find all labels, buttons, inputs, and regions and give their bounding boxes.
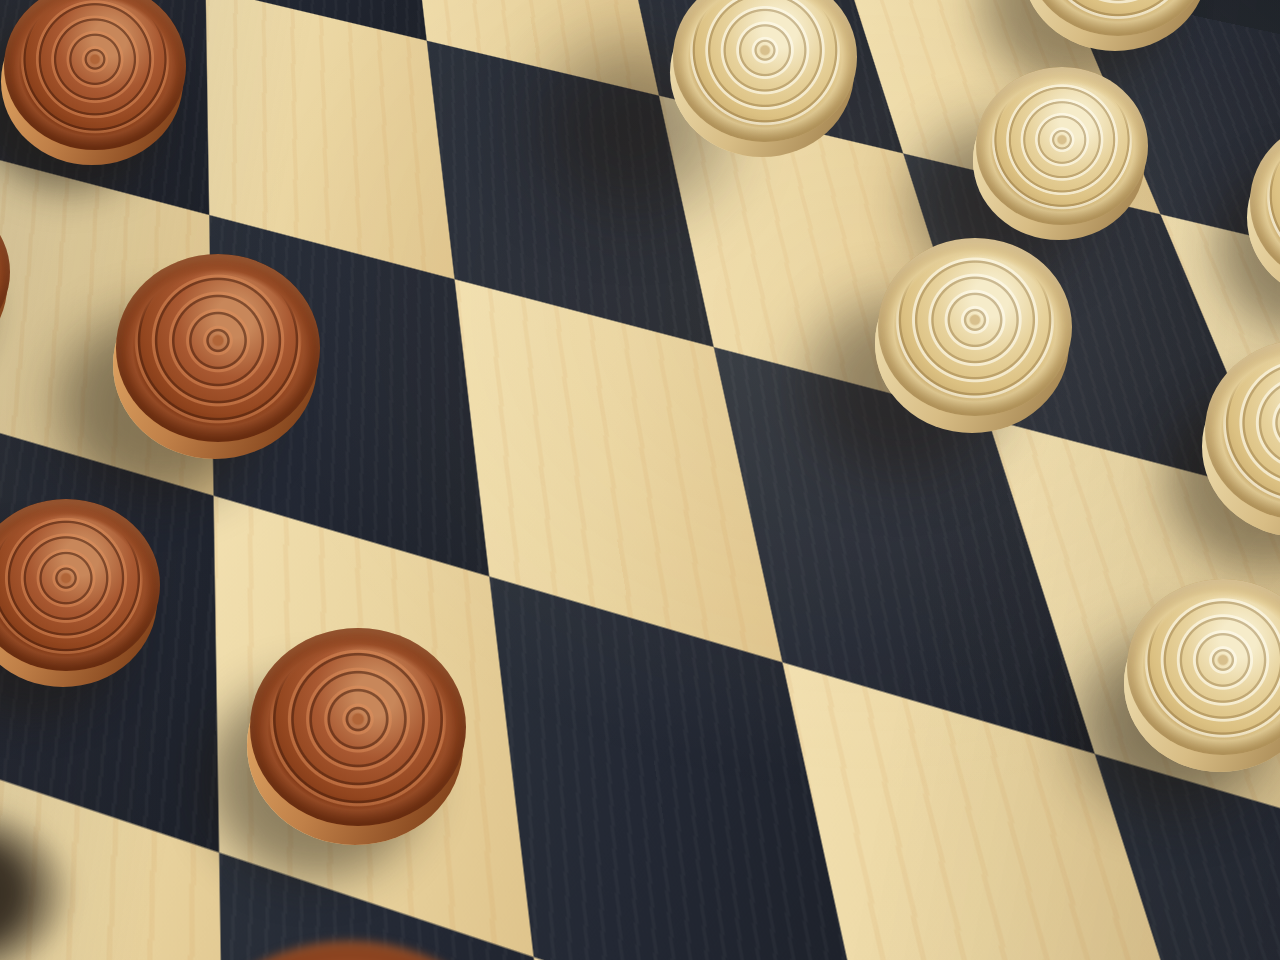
checker-piece-cream[interactable] — [673, 0, 857, 157]
pieces-layer — [0, 0, 1280, 960]
checker-piece-cream[interactable] — [976, 67, 1148, 240]
piece-face-rings — [250, 628, 466, 827]
checker-piece-brown[interactable] — [0, 499, 160, 688]
piece-face-rings — [976, 67, 1148, 225]
piece-face-rings — [878, 238, 1072, 416]
checker-piece-brown[interactable] — [116, 254, 320, 459]
piece-face-rings — [166, 941, 534, 960]
checker-piece-cream[interactable] — [1205, 340, 1280, 537]
checker-piece-brown[interactable] — [166, 941, 534, 960]
checkers-photo-scene — [0, 0, 1280, 960]
checker-piece-cream[interactable] — [1127, 579, 1280, 772]
checker-piece-cream[interactable] — [878, 238, 1072, 433]
checker-piece-brown[interactable] — [0, 193, 10, 366]
checker-piece-cream[interactable] — [1250, 117, 1280, 302]
checker-piece-cream[interactable] — [1025, 0, 1211, 51]
checker-piece-brown[interactable] — [250, 628, 466, 845]
piece-face-rings — [0, 193, 10, 351]
piece-face-rings — [116, 254, 320, 442]
checker-piece-brown[interactable] — [4, 0, 186, 165]
